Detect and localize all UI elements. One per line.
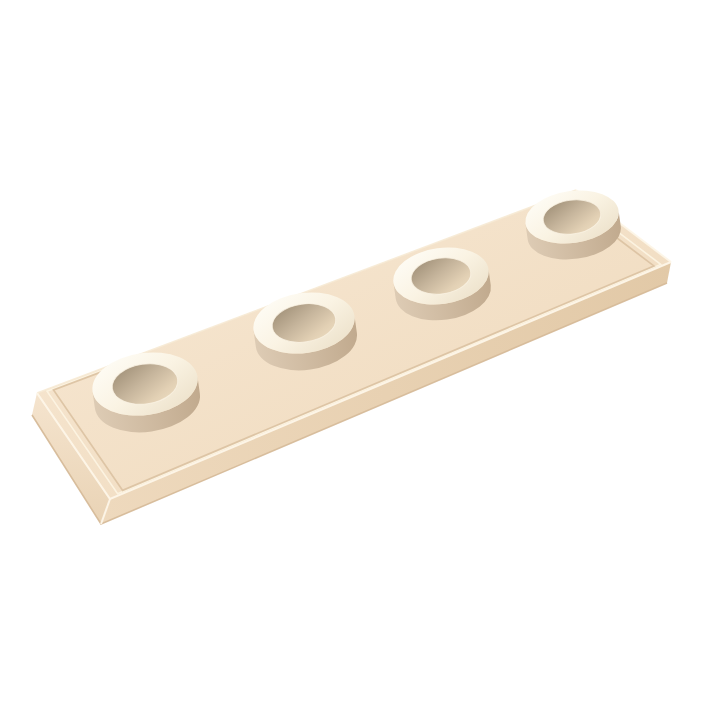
render-canvas xyxy=(0,0,710,710)
lego-plate-product-render xyxy=(0,0,710,710)
